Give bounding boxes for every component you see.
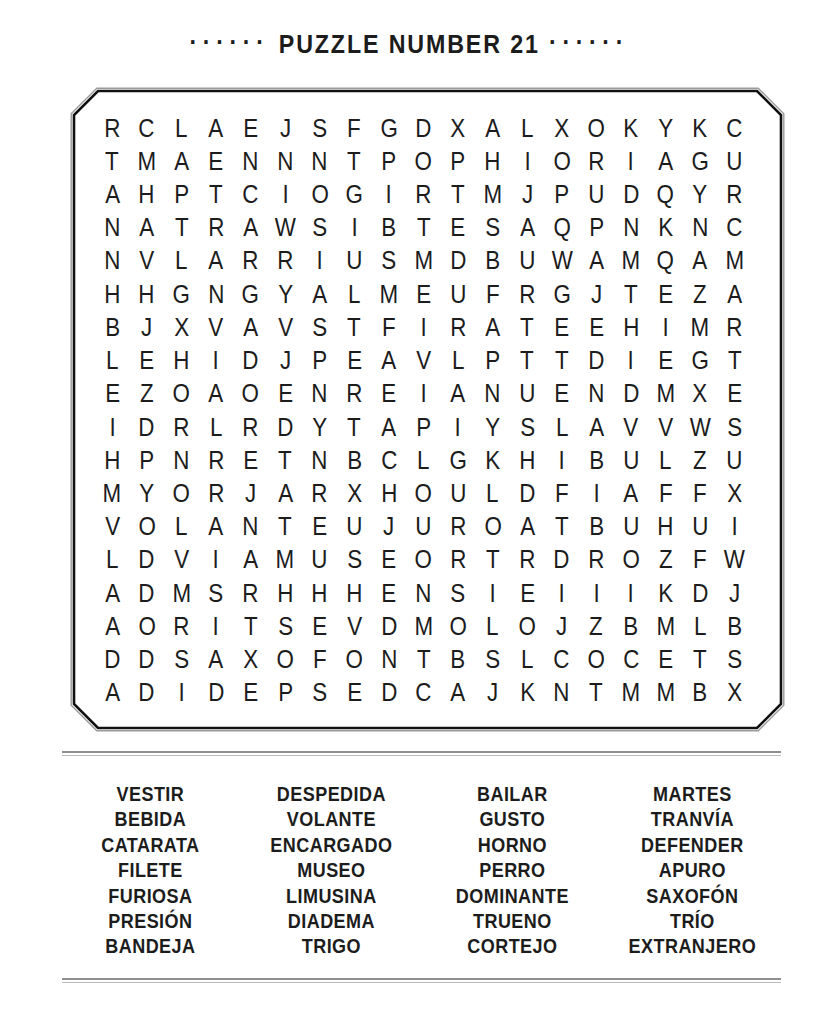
- grid-cell-r12c16: A: [614, 476, 649, 509]
- grid-letter: G: [449, 447, 466, 473]
- grid-letter: U: [450, 281, 466, 307]
- separator-top: [62, 751, 781, 757]
- grid-cell-r17c9: N: [372, 643, 407, 676]
- grid-letter: X: [727, 480, 742, 506]
- grid-letter: M: [172, 580, 191, 606]
- grid-cell-r17c7: F: [302, 643, 337, 676]
- grid-cell-r18c14: N: [545, 676, 580, 709]
- grid-cell-r5c10: M: [406, 244, 441, 277]
- grid-cell-r6c17: E: [648, 277, 683, 310]
- grid-cell-r6c14: G: [545, 277, 580, 310]
- grid-letter: H: [104, 447, 120, 473]
- grid-cell-r9c2: Z: [130, 377, 165, 410]
- grid-letter: D: [139, 580, 155, 606]
- grid-cell-r12c1: M: [95, 476, 130, 509]
- grid-letter: R: [415, 181, 431, 207]
- grid-letter: Y: [485, 414, 500, 440]
- grid-letter: Y: [312, 414, 327, 440]
- grid-letter: R: [104, 115, 120, 141]
- grid-cell-r2c18: G: [683, 144, 718, 177]
- grid-letter: E: [347, 347, 362, 373]
- grid-letter: H: [519, 447, 535, 473]
- grid-cell-r13c16: U: [614, 510, 649, 543]
- grid-cell-r16c15: Z: [579, 609, 614, 642]
- grid-letter: N: [243, 148, 259, 174]
- grid-cell-r14c1: L: [95, 543, 130, 576]
- grid-letter: E: [381, 380, 396, 406]
- grid-letter: C: [623, 646, 639, 672]
- grid-letter: P: [139, 447, 154, 473]
- grid-cell-r3c18: Y: [683, 177, 718, 210]
- grid-letter: A: [727, 281, 742, 307]
- grid-letter: A: [105, 679, 120, 705]
- grid-letter: B: [105, 314, 120, 340]
- word-list: VESTIRBEBIDACATARATAFILETEFURIOSAPRESIÓN…: [62, 782, 781, 960]
- word-item: CATARATA: [71, 833, 230, 858]
- grid-letter: I: [559, 580, 565, 606]
- grid-cell-r3c16: D: [614, 177, 649, 210]
- grid-letter: H: [277, 580, 293, 606]
- grid-cell-r5c15: A: [579, 244, 614, 277]
- grid-letter: D: [519, 480, 535, 506]
- grid-cell-r12c18: F: [683, 476, 718, 509]
- separator-bottom-line-1: [62, 978, 781, 980]
- grid-cell-r13c4: A: [199, 510, 234, 543]
- grid-letter: T: [728, 347, 742, 373]
- grid-cell-r4c11: E: [441, 211, 476, 244]
- grid-cell-r15c7: H: [302, 576, 337, 609]
- grid-cell-r1c13: L: [510, 111, 545, 144]
- grid-cell-r9c15: N: [579, 377, 614, 410]
- word-item: HORNO: [432, 833, 591, 858]
- grid-cell-r8c5: D: [233, 344, 268, 377]
- grid-cell-r16c14: J: [545, 609, 580, 642]
- grid-cell-r5c18: A: [683, 244, 718, 277]
- grid-cell-r4c1: N: [95, 211, 130, 244]
- grid-letter: N: [312, 447, 328, 473]
- grid-letter: R: [243, 247, 259, 273]
- grid-cell-r7c7: S: [302, 310, 337, 343]
- grid-letter: G: [553, 281, 570, 307]
- grid-cell-r4c4: R: [199, 211, 234, 244]
- grid-letter: C: [727, 214, 743, 240]
- grid-cell-r3c1: A: [95, 177, 130, 210]
- grid-letter: R: [208, 480, 224, 506]
- grid-cell-r8c6: J: [268, 344, 303, 377]
- grid-letter: A: [520, 214, 535, 240]
- grid-letter: T: [209, 181, 223, 207]
- grid-letter: I: [524, 148, 530, 174]
- grid-letter: M: [380, 281, 399, 307]
- grid-letter: Q: [657, 181, 674, 207]
- grid-cell-r14c4: I: [199, 543, 234, 576]
- grid-cell-r5c1: N: [95, 244, 130, 277]
- grid-letter: I: [559, 447, 565, 473]
- grid-cell-r15c19: J: [717, 576, 752, 609]
- grid-cell-r10c17: V: [648, 410, 683, 443]
- grid-letter: J: [487, 679, 498, 705]
- grid-cell-r16c7: E: [302, 609, 337, 642]
- grid-cell-r18c8: E: [337, 676, 372, 709]
- grid-letter: Z: [693, 447, 707, 473]
- grid-cell-r6c11: U: [441, 277, 476, 310]
- grid-cell-r10c7: Y: [302, 410, 337, 443]
- grid-cell-r16c12: L: [475, 609, 510, 642]
- grid-letter: O: [173, 480, 190, 506]
- grid-letter: N: [312, 148, 328, 174]
- grid-letter: A: [174, 148, 189, 174]
- grid-letter: Q: [657, 247, 674, 273]
- grid-letter: S: [312, 679, 327, 705]
- grid-cell-r11c9: C: [372, 443, 407, 476]
- grid-cell-r7c1: B: [95, 310, 130, 343]
- grid-letter: N: [173, 447, 189, 473]
- grid-cell-r13c12: O: [475, 510, 510, 543]
- grid-cell-r11c11: G: [441, 443, 476, 476]
- grid-cell-r12c6: A: [268, 476, 303, 509]
- grid-letter: V: [278, 314, 293, 340]
- grid-cell-r9c3: O: [164, 377, 199, 410]
- grid-cell-r8c2: E: [130, 344, 165, 377]
- grid-cell-r14c12: T: [475, 543, 510, 576]
- grid-letter: D: [139, 679, 155, 705]
- grid-cell-r12c17: F: [648, 476, 683, 509]
- grid-letter: U: [312, 546, 328, 572]
- grid-cell-r12c10: O: [406, 476, 441, 509]
- grid-letter: I: [317, 247, 323, 273]
- grid-cell-r10c2: D: [130, 410, 165, 443]
- title-text: PUZZLE NUMBER 21: [270, 30, 550, 58]
- grid-letter: W: [724, 546, 745, 572]
- grid-cell-r13c19: I: [717, 510, 752, 543]
- page-title-inner: ······PUZZLE NUMBER 21······: [190, 30, 629, 59]
- grid-cell-r16c1: A: [95, 609, 130, 642]
- grid-cell-r9c7: N: [302, 377, 337, 410]
- grid-cell-r18c9: D: [372, 676, 407, 709]
- grid-letter: A: [209, 115, 224, 141]
- grid-letter: I: [213, 546, 219, 572]
- grid-cell-r9c4: A: [199, 377, 234, 410]
- grid-cell-r16c4: I: [199, 609, 234, 642]
- grid-letter: L: [106, 546, 118, 572]
- grid-letter: A: [278, 480, 293, 506]
- grid-cell-r8c3: H: [164, 344, 199, 377]
- grid-letter: O: [588, 115, 605, 141]
- grid-letter: E: [312, 513, 327, 539]
- grid-cell-r18c5: E: [233, 676, 268, 709]
- grid-letter: R: [727, 181, 743, 207]
- grid-letter: M: [103, 480, 122, 506]
- grid-cell-r5c12: B: [475, 244, 510, 277]
- grid-letter: I: [662, 314, 668, 340]
- word-item: DEFENDER: [613, 833, 772, 858]
- grid-cell-r2c15: R: [579, 144, 614, 177]
- grid-cell-r6c8: L: [337, 277, 372, 310]
- grid-cell-r12c3: O: [164, 476, 199, 509]
- grid-cell-r13c14: T: [545, 510, 580, 543]
- grid-cell-r11c14: I: [545, 443, 580, 476]
- grid-letter: L: [175, 513, 187, 539]
- grid-letter: J: [141, 314, 152, 340]
- grid-letter: O: [276, 646, 293, 672]
- grid-cell-r11c1: H: [95, 443, 130, 476]
- grid-letter: S: [485, 214, 500, 240]
- grid-letter: M: [691, 314, 710, 340]
- grid-letter: R: [588, 546, 604, 572]
- grid-cell-r7c11: R: [441, 310, 476, 343]
- grid-cell-r10c18: W: [683, 410, 718, 443]
- grid-cell-r14c11: R: [441, 543, 476, 576]
- grid-letter: R: [727, 314, 743, 340]
- grid-letter: N: [104, 247, 120, 273]
- grid-cell-r7c2: J: [130, 310, 165, 343]
- grid-letter: E: [658, 646, 673, 672]
- grid-cell-r8c8: E: [337, 344, 372, 377]
- grid-cell-r15c8: H: [337, 576, 372, 609]
- grid-letter: N: [554, 679, 570, 705]
- grid-letter: L: [417, 447, 429, 473]
- grid-letter: I: [593, 580, 599, 606]
- grid-letter: L: [556, 414, 568, 440]
- grid-cell-r17c17: E: [648, 643, 683, 676]
- grid-cell-r5c19: M: [717, 244, 752, 277]
- grid-letter: A: [485, 115, 500, 141]
- grid-cell-r5c7: I: [302, 244, 337, 277]
- grid-letter: D: [623, 380, 639, 406]
- grid-letter: E: [416, 281, 431, 307]
- grid-letter: V: [658, 414, 673, 440]
- grid-letter: S: [312, 314, 327, 340]
- word-item: TRANVÍA: [613, 807, 772, 832]
- grid-cell-r15c11: S: [441, 576, 476, 609]
- grid-cell-r5c8: U: [337, 244, 372, 277]
- grid-letter: J: [591, 281, 602, 307]
- grid-letter: S: [727, 414, 742, 440]
- grid-letter: J: [383, 513, 394, 539]
- grid-cell-r4c15: P: [579, 211, 614, 244]
- grid-letter: E: [381, 546, 396, 572]
- grid-letter: V: [209, 314, 224, 340]
- grid-cell-r18c16: M: [614, 676, 649, 709]
- grid-letter: M: [276, 546, 295, 572]
- grid-cell-r3c3: P: [164, 177, 199, 210]
- grid-letter: H: [623, 314, 639, 340]
- grid-letter: O: [415, 148, 432, 174]
- grid-letter: A: [589, 247, 604, 273]
- grid-cell-r9c1: E: [95, 377, 130, 410]
- grid-letter: I: [455, 414, 461, 440]
- grid-cell-r7c3: X: [164, 310, 199, 343]
- grid-letter: A: [243, 314, 258, 340]
- grid-letter: M: [656, 613, 675, 639]
- grid-cell-r6c19: A: [717, 277, 752, 310]
- grid-letter: N: [485, 380, 501, 406]
- grid-letter: B: [623, 613, 638, 639]
- grid-cell-r5c16: M: [614, 244, 649, 277]
- grid-letter: X: [347, 480, 362, 506]
- grid-letter: I: [109, 414, 115, 440]
- grid-cell-r17c2: D: [130, 643, 165, 676]
- grid-letter: E: [727, 380, 742, 406]
- grid-letter: A: [451, 380, 466, 406]
- grid-letter: I: [628, 347, 634, 373]
- grid-cell-r5c11: D: [441, 244, 476, 277]
- grid-letter: D: [243, 347, 259, 373]
- grid-cell-r6c12: F: [475, 277, 510, 310]
- grid-cell-r1c15: O: [579, 111, 614, 144]
- grid-cell-r1c3: L: [164, 111, 199, 144]
- grid-letter: A: [105, 580, 120, 606]
- grid-cell-r18c7: S: [302, 676, 337, 709]
- grid-letter: A: [658, 148, 673, 174]
- grid-cell-r1c12: A: [475, 111, 510, 144]
- grid-cell-r17c8: O: [337, 643, 372, 676]
- grid-cell-r8c11: L: [441, 344, 476, 377]
- grid-cell-r11c7: N: [302, 443, 337, 476]
- grid-letter: A: [139, 214, 154, 240]
- grid-letter: L: [175, 115, 187, 141]
- grid-cell-r14c10: O: [406, 543, 441, 576]
- grid-letter: R: [208, 214, 224, 240]
- grid-letter: U: [692, 513, 708, 539]
- grid-cell-r18c18: B: [683, 676, 718, 709]
- grid-letter: R: [173, 414, 189, 440]
- grid-letter: U: [450, 480, 466, 506]
- grid-cell-r14c2: D: [130, 543, 165, 576]
- grid-cell-r7c13: T: [510, 310, 545, 343]
- grid-cell-r7c4: V: [199, 310, 234, 343]
- grid-letter: G: [242, 281, 259, 307]
- grid-letter: I: [490, 580, 496, 606]
- grid-letter: D: [554, 546, 570, 572]
- grid-cell-r3c12: M: [475, 177, 510, 210]
- grid-letter: R: [588, 148, 604, 174]
- grid-letter: A: [209, 247, 224, 273]
- grid-cell-r18c1: A: [95, 676, 130, 709]
- grid-letter: D: [588, 347, 604, 373]
- grid-letter: Y: [139, 480, 154, 506]
- grid-letter: F: [348, 115, 362, 141]
- grid-cell-r4c19: C: [717, 211, 752, 244]
- grid-letter: E: [658, 347, 673, 373]
- grid-cell-r2c6: N: [268, 144, 303, 177]
- grid-letter: E: [278, 380, 293, 406]
- grid-cell-r13c5: N: [233, 510, 268, 543]
- word-item: BANDEJA: [71, 934, 230, 959]
- grid-cell-r4c7: S: [302, 211, 337, 244]
- grid-cell-r14c13: R: [510, 543, 545, 576]
- grid-cell-r8c9: A: [372, 344, 407, 377]
- grid-cell-r15c17: K: [648, 576, 683, 609]
- grid-letter: X: [174, 314, 189, 340]
- grid-cell-r14c18: F: [683, 543, 718, 576]
- grid-cell-r18c15: T: [579, 676, 614, 709]
- grid-cell-r7c18: M: [683, 310, 718, 343]
- grid-cell-r2c1: T: [95, 144, 130, 177]
- grid-cell-r17c13: L: [510, 643, 545, 676]
- grid-letter: C: [139, 115, 155, 141]
- grid-letter: T: [278, 447, 292, 473]
- grid-letter: L: [210, 414, 222, 440]
- grid-letter: Z: [693, 281, 707, 307]
- grid-letter: F: [693, 546, 707, 572]
- grid-letter: O: [449, 613, 466, 639]
- grid-cell-r4c12: S: [475, 211, 510, 244]
- grid-cell-r7c8: T: [337, 310, 372, 343]
- grid-letter: A: [693, 247, 708, 273]
- grid-letter: S: [520, 414, 535, 440]
- grid-letter: U: [727, 447, 743, 473]
- grid-letter: O: [346, 646, 363, 672]
- grid-cell-r2c7: N: [302, 144, 337, 177]
- grid-cell-r10c5: R: [233, 410, 268, 443]
- grid-letter: D: [623, 181, 639, 207]
- grid-letter: D: [208, 679, 224, 705]
- separator-bottom: [62, 978, 781, 984]
- grid-letter: V: [105, 513, 120, 539]
- word-item: VESTIR: [71, 782, 230, 807]
- grid-cell-r14c8: S: [337, 543, 372, 576]
- grid-cell-r11c10: L: [406, 443, 441, 476]
- grid-cell-r3c9: I: [372, 177, 407, 210]
- grid-letter: U: [519, 247, 535, 273]
- grid-cell-r14c15: R: [579, 543, 614, 576]
- grid-cell-r13c15: B: [579, 510, 614, 543]
- grid-letter: R: [450, 546, 466, 572]
- grid-letter: D: [139, 546, 155, 572]
- grid-cell-r3c13: J: [510, 177, 545, 210]
- grid-cell-r7c10: I: [406, 310, 441, 343]
- grid-cell-r10c8: T: [337, 410, 372, 443]
- grid-cell-r5c14: W: [545, 244, 580, 277]
- grid-cell-r17c5: X: [233, 643, 268, 676]
- grid-cell-r16c5: T: [233, 609, 268, 642]
- grid-letter: N: [208, 281, 224, 307]
- grid-cell-r15c3: M: [164, 576, 199, 609]
- grid-letter: O: [242, 380, 259, 406]
- grid-cell-r9c12: N: [475, 377, 510, 410]
- grid-letter: R: [346, 380, 362, 406]
- grid-cell-r15c16: I: [614, 576, 649, 609]
- grid-letter: E: [554, 380, 569, 406]
- word-item: BEBIDA: [71, 807, 230, 832]
- grid-letter: R: [450, 314, 466, 340]
- grid-cell-r15c14: I: [545, 576, 580, 609]
- grid-letter: O: [138, 513, 155, 539]
- grid-letter: H: [312, 580, 328, 606]
- grid-cell-r18c6: P: [268, 676, 303, 709]
- grid-letter: D: [104, 646, 120, 672]
- title-left-dots: ······: [190, 28, 270, 56]
- grid-letter: D: [692, 580, 708, 606]
- grid-letter: X: [451, 115, 466, 141]
- grid-cell-r3c5: C: [233, 177, 268, 210]
- grid-cell-r10c1: I: [95, 410, 130, 443]
- grid-letter: M: [725, 247, 744, 273]
- grid-cell-r4c10: T: [406, 211, 441, 244]
- grid-letter: O: [415, 546, 432, 572]
- grid-cell-r2c16: I: [614, 144, 649, 177]
- grid-letter: L: [452, 347, 464, 373]
- grid-letter: G: [346, 181, 363, 207]
- grid-cell-r1c8: F: [337, 111, 372, 144]
- word-item: PRESIÓN: [71, 909, 230, 934]
- grid-letter: E: [209, 148, 224, 174]
- grid-cell-r14c7: U: [302, 543, 337, 576]
- grid-letter: A: [381, 414, 396, 440]
- grid-cell-r13c8: U: [337, 510, 372, 543]
- grid-cell-r9c8: R: [337, 377, 372, 410]
